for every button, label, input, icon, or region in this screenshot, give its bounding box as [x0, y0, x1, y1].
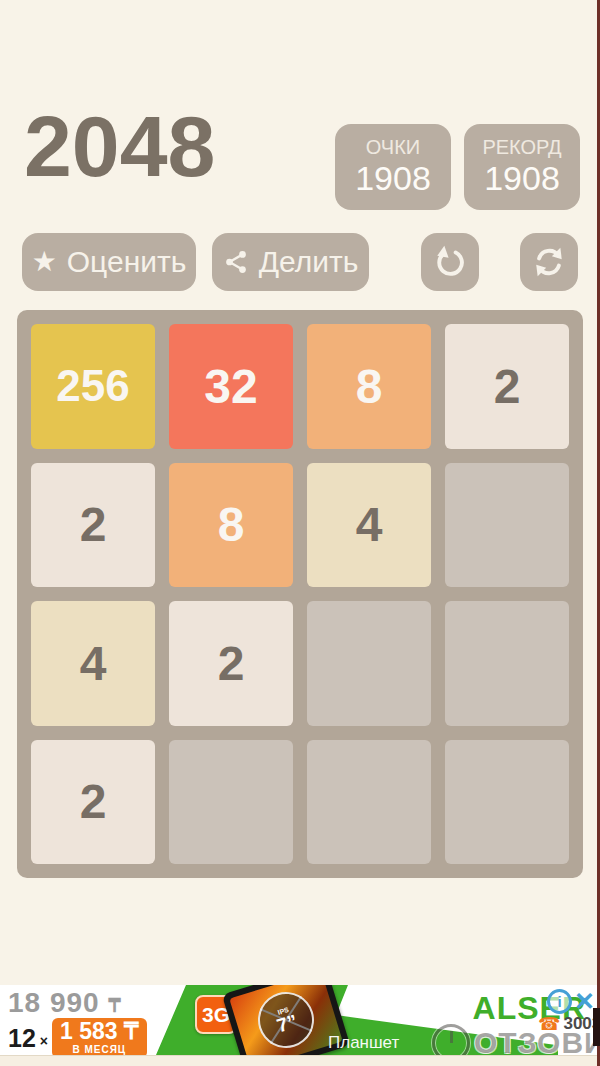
ad-close-icon[interactable]: ✕ [574, 987, 595, 1016]
tile-r3c2: 2 [169, 601, 293, 726]
page-title: 2048 [24, 103, 215, 189]
tile-r3c4 [445, 601, 569, 726]
refresh-icon [532, 245, 566, 279]
rate-button-label: Оценить [67, 245, 187, 279]
screen-edge-notch [593, 1008, 600, 1046]
undo-button[interactable] [421, 233, 479, 291]
share-icon [223, 249, 249, 275]
tile-r4c3 [307, 740, 431, 865]
game-board[interactable]: 2563282284422 [17, 310, 583, 878]
best-score-value: 1908 [484, 159, 560, 198]
tile-r3c1: 4 [31, 601, 155, 726]
ad-caption: Планшет [328, 1033, 399, 1053]
bottom-strip [0, 1055, 600, 1066]
ad-phone-line: ☎ 3003 [538, 1013, 600, 1035]
score-bar: ОЧКИ 1908 РЕКОРД 1908 [335, 124, 580, 210]
ad-banner[interactable]: 18 990 ₸ 12 × 1 583 ₸ В МЕСЯЦ 3G IPS 7” … [0, 985, 600, 1055]
ad-installment: 12 × 1 583 ₸ В МЕСЯЦ [8, 1018, 147, 1055]
monthly-price: 1 583 ₸ [60, 1020, 139, 1043]
tile-r1c4: 2 [445, 324, 569, 449]
phone-icon: ☎ [538, 1013, 560, 1035]
tile-r4c4 [445, 740, 569, 865]
size-label: 7” [275, 1011, 300, 1035]
share-button[interactable]: Делить [212, 233, 369, 291]
ad-full-price: 18 990 ₸ [8, 987, 122, 1019]
tile-r2c4 [445, 463, 569, 588]
best-score-box: РЕКОРД 1908 [464, 124, 580, 210]
new-game-button[interactable] [520, 233, 578, 291]
best-score-label: РЕКОРД [482, 136, 561, 159]
tile-r3c3 [307, 601, 431, 726]
share-button-label: Делить [259, 245, 359, 279]
tile-r2c1: 2 [31, 463, 155, 588]
currency-tenge: ₸ [108, 995, 121, 1016]
tile-r2c2: 8 [169, 463, 293, 588]
tile-r1c1: 256 [31, 324, 155, 449]
monthly-price-box: 1 583 ₸ В МЕСЯЦ [52, 1018, 147, 1055]
star-icon: ★ [32, 248, 57, 276]
score-label: ОЧКИ [366, 136, 420, 159]
undo-icon [433, 245, 467, 279]
tile-r1c3: 8 [307, 324, 431, 449]
monthly-label: В МЕСЯЦ [72, 1045, 126, 1055]
tile-r2c3: 4 [307, 463, 431, 588]
tile-r1c2: 32 [169, 324, 293, 449]
app-screen: 2048 ОЧКИ 1908 РЕКОРД 1908 ★ Оценить Дел… [0, 0, 600, 1066]
tile-r4c1: 2 [31, 740, 155, 865]
rate-button[interactable]: ★ Оценить [22, 233, 196, 291]
multiply-sign: × [40, 1033, 48, 1049]
score-value: 1908 [355, 159, 431, 198]
tile-r4c2 [169, 740, 293, 865]
score-box: ОЧКИ 1908 [335, 124, 451, 210]
board-grid: 2563282284422 [31, 324, 569, 864]
ad-info-icon[interactable]: i [547, 989, 572, 1014]
installment-count: 12 [8, 1024, 36, 1053]
